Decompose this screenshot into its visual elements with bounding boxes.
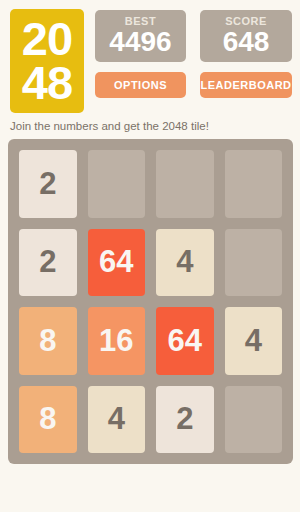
- tile-2: 2: [19, 229, 77, 297]
- tagline: Join the numbers and get the 2048 tile!: [10, 120, 294, 132]
- empty-cell: [156, 150, 214, 218]
- tile-2: 2: [156, 386, 214, 454]
- logo-2048: 20 48: [10, 9, 84, 113]
- tile-64: 64: [88, 229, 146, 297]
- current-score-badge: SCORE 648: [200, 10, 292, 62]
- best-score-badge: BEST 4496: [95, 10, 186, 62]
- tile-64: 64: [156, 307, 214, 375]
- game-board[interactable]: 22644816644842: [8, 139, 293, 464]
- logo-line-2: 48: [22, 61, 72, 105]
- tile-8: 8: [19, 386, 77, 454]
- best-value: 4496: [109, 27, 171, 56]
- empty-cell: [225, 229, 283, 297]
- tile-16: 16: [88, 307, 146, 375]
- empty-cell: [225, 386, 283, 454]
- tile-8: 8: [19, 307, 77, 375]
- empty-cell: [225, 150, 283, 218]
- tile-4: 4: [88, 386, 146, 454]
- options-button[interactable]: OPTIONS: [95, 72, 186, 98]
- score-value: 648: [223, 27, 270, 56]
- leaderboard-button[interactable]: LEADERBOARD: [200, 72, 292, 98]
- tile-2: 2: [19, 150, 77, 218]
- tile-4: 4: [225, 307, 283, 375]
- empty-cell: [88, 150, 146, 218]
- tile-4: 4: [156, 229, 214, 297]
- logo-line-1: 20: [22, 17, 72, 61]
- app-root: 20 48 BEST 4496 SCORE 648 OPTIONS LEADER…: [0, 0, 300, 512]
